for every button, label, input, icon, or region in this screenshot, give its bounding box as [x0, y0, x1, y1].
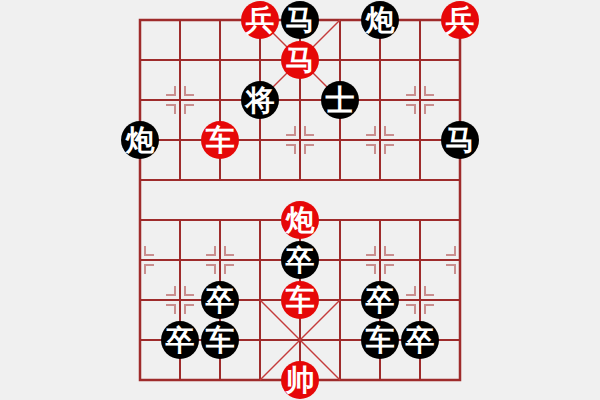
piece-black-advisor[interactable]: 士 — [321, 81, 359, 119]
piece-black-cannon[interactable]: 炮 — [361, 1, 399, 39]
piece-red-soldier[interactable]: 兵 — [241, 1, 279, 39]
black-soldier-glyph: 卒 — [406, 326, 435, 355]
piece-red-general[interactable]: 帅 — [281, 361, 319, 399]
black-cannon-glyph: 炮 — [126, 126, 155, 155]
black-chariot-glyph: 车 — [206, 326, 235, 355]
red-cannon-glyph: 炮 — [286, 206, 315, 235]
piece-black-cannon[interactable]: 炮 — [121, 121, 159, 159]
piece-black-soldier[interactable]: 卒 — [201, 281, 239, 319]
black-general-glyph: 将 — [246, 86, 275, 115]
red-horse-glyph: 马 — [286, 46, 315, 75]
piece-black-soldier[interactable]: 卒 — [401, 321, 439, 359]
red-chariot-glyph: 车 — [286, 286, 315, 315]
piece-black-horse[interactable]: 马 — [281, 1, 319, 39]
piece-red-horse[interactable]: 马 — [281, 41, 319, 79]
piece-black-chariot[interactable]: 车 — [361, 321, 399, 359]
red-soldier-glyph: 兵 — [446, 6, 475, 35]
black-soldier-glyph: 卒 — [206, 286, 235, 315]
piece-black-soldier[interactable]: 卒 — [161, 321, 199, 359]
xiangqi-screen: 兵马炮兵马将士炮车马炮卒卒车卒卒车车卒帅 — [0, 0, 600, 400]
black-horse-glyph: 马 — [446, 126, 475, 155]
piece-black-general[interactable]: 将 — [241, 81, 279, 119]
black-horse-glyph: 马 — [286, 6, 315, 35]
xiangqi-board: 兵马炮兵马将士炮车马炮卒卒车卒卒车车卒帅 — [120, 0, 480, 400]
piece-red-chariot[interactable]: 车 — [281, 281, 319, 319]
black-soldier-glyph: 卒 — [286, 246, 315, 275]
piece-red-soldier[interactable]: 兵 — [441, 1, 479, 39]
red-soldier-glyph: 兵 — [246, 6, 275, 35]
piece-black-soldier[interactable]: 卒 — [281, 241, 319, 279]
piece-black-chariot[interactable]: 车 — [201, 321, 239, 359]
red-general-glyph: 帅 — [286, 366, 315, 395]
black-soldier-glyph: 卒 — [166, 326, 195, 355]
piece-red-chariot[interactable]: 车 — [201, 121, 239, 159]
piece-black-soldier[interactable]: 卒 — [361, 281, 399, 319]
black-advisor-glyph: 士 — [326, 86, 355, 115]
black-cannon-glyph: 炮 — [366, 6, 395, 35]
black-soldier-glyph: 卒 — [366, 286, 395, 315]
piece-red-cannon[interactable]: 炮 — [281, 201, 319, 239]
red-chariot-glyph: 车 — [206, 126, 235, 155]
piece-black-horse[interactable]: 马 — [441, 121, 479, 159]
black-chariot-glyph: 车 — [366, 326, 395, 355]
